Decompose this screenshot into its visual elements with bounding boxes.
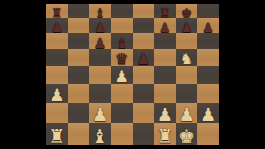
square-c2[interactable]: ♟ — [89, 103, 111, 123]
white-pawn-h2[interactable]: ♟ — [200, 106, 216, 124]
square-a2[interactable] — [46, 103, 68, 123]
white-knight-g5[interactable]: ♞ — [180, 52, 193, 67]
square-h3[interactable] — [197, 84, 219, 103]
board-rank-7: ♟♟♟♟♟ — [46, 18, 219, 33]
square-b4[interactable] — [68, 66, 90, 84]
square-f3[interactable] — [154, 84, 176, 103]
square-d6[interactable]: ♝ — [111, 33, 133, 49]
square-b5[interactable] — [68, 49, 90, 66]
white-pawn-g2[interactable]: ♟ — [178, 106, 194, 124]
board-rank-1: ♜♝♜♚ — [46, 123, 219, 145]
board-rank-5: ♛♟♞ — [46, 49, 219, 66]
board-rank-6: ♟♝ — [46, 33, 219, 49]
board-rank-8: ♜♝♜♚ — [46, 4, 219, 18]
square-f4[interactable] — [154, 66, 176, 84]
square-f6[interactable] — [154, 33, 176, 49]
square-h8[interactable] — [197, 4, 219, 18]
square-c4[interactable] — [89, 66, 111, 84]
square-b7[interactable] — [68, 18, 90, 33]
black-bishop-d6[interactable]: ♝ — [115, 36, 128, 50]
square-a1[interactable]: ♜ — [46, 123, 68, 145]
square-g5[interactable]: ♞ — [176, 49, 198, 66]
square-d4[interactable]: ♟ — [111, 66, 133, 84]
square-g6[interactable] — [176, 33, 198, 49]
square-g7[interactable]: ♟ — [176, 18, 198, 33]
square-c1[interactable]: ♝ — [89, 123, 111, 145]
square-a6[interactable] — [46, 33, 68, 49]
square-h7[interactable]: ♟ — [197, 18, 219, 33]
square-e5[interactable]: ♟ — [133, 49, 155, 66]
square-b8[interactable] — [68, 4, 90, 18]
square-d1[interactable] — [111, 123, 133, 145]
white-rook-f1[interactable]: ♜ — [156, 127, 173, 146]
square-h1[interactable] — [197, 123, 219, 145]
square-a8[interactable]: ♜ — [46, 4, 68, 18]
square-b3[interactable] — [68, 84, 90, 103]
white-pawn-f2[interactable]: ♟ — [157, 106, 173, 124]
square-g8[interactable]: ♚ — [176, 4, 198, 18]
letterbox-right — [219, 0, 265, 149]
square-g4[interactable] — [176, 66, 198, 84]
square-f5[interactable] — [154, 49, 176, 66]
square-b1[interactable] — [68, 123, 90, 145]
square-e6[interactable] — [133, 33, 155, 49]
square-g1[interactable]: ♚ — [176, 123, 198, 145]
board-rank-2: ♟♟♟♟ — [46, 103, 219, 123]
square-e2[interactable] — [133, 103, 155, 123]
chess-app-screen: ♜♝♜♚♟♟♟♟♟♟♝♛♟♞♟♟♟♟♟♟♜♝♜♚ — [0, 0, 265, 149]
square-c8[interactable]: ♝ — [89, 4, 111, 18]
square-e8[interactable] — [133, 4, 155, 18]
letterbox-left — [0, 0, 46, 149]
white-rook-a1[interactable]: ♜ — [48, 127, 65, 146]
square-e7[interactable] — [133, 18, 155, 33]
square-d2[interactable] — [111, 103, 133, 123]
square-h6[interactable] — [197, 33, 219, 49]
square-f2[interactable]: ♟ — [154, 103, 176, 123]
square-g2[interactable]: ♟ — [176, 103, 198, 123]
square-b2[interactable] — [68, 103, 90, 123]
white-pawn-c2[interactable]: ♟ — [92, 106, 108, 124]
square-c5[interactable] — [89, 49, 111, 66]
square-c6[interactable]: ♟ — [89, 33, 111, 49]
white-pawn-d4[interactable]: ♟ — [115, 69, 129, 85]
square-d7[interactable] — [111, 18, 133, 33]
square-h5[interactable] — [197, 49, 219, 66]
black-queen-d5[interactable]: ♛ — [115, 52, 128, 67]
square-a5[interactable] — [46, 49, 68, 66]
square-e3[interactable] — [133, 84, 155, 103]
square-h4[interactable] — [197, 66, 219, 84]
square-c7[interactable]: ♟ — [89, 18, 111, 33]
white-pawn-a3[interactable]: ♟ — [49, 87, 64, 104]
white-bishop-c1[interactable]: ♝ — [92, 127, 109, 146]
square-d3[interactable] — [111, 84, 133, 103]
square-e4[interactable] — [133, 66, 155, 84]
black-pawn-e5[interactable]: ♟ — [137, 52, 150, 67]
square-c3[interactable] — [89, 84, 111, 103]
square-g3[interactable] — [176, 84, 198, 103]
square-a3[interactable]: ♟ — [46, 84, 68, 103]
square-f8[interactable]: ♜ — [154, 4, 176, 18]
square-a7[interactable]: ♟ — [46, 18, 68, 33]
square-f7[interactable]: ♟ — [154, 18, 176, 33]
black-pawn-c6[interactable]: ♟ — [94, 36, 107, 50]
chess-board: ♜♝♜♚♟♟♟♟♟♟♝♛♟♞♟♟♟♟♟♟♜♝♜♚ — [46, 4, 219, 145]
square-f1[interactable]: ♜ — [154, 123, 176, 145]
square-b6[interactable] — [68, 33, 90, 49]
square-h2[interactable]: ♟ — [197, 103, 219, 123]
board-rank-3: ♟ — [46, 84, 219, 103]
square-e1[interactable] — [133, 123, 155, 145]
white-king-g1[interactable]: ♚ — [178, 127, 195, 146]
square-a4[interactable] — [46, 66, 68, 84]
board-rank-4: ♟ — [46, 66, 219, 84]
square-d8[interactable] — [111, 4, 133, 18]
square-d5[interactable]: ♛ — [111, 49, 133, 66]
